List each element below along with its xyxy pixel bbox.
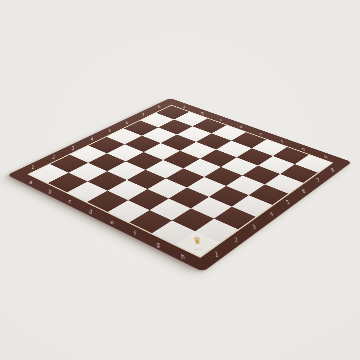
board-grid: ♛——— xyxy=(29,106,331,257)
product-photo-scene: abcdefgh abcdefgh 87654321 87654321 ♛——— xyxy=(0,0,360,360)
playing-area: ♛——— xyxy=(27,105,333,258)
chessboard-mat: abcdefgh abcdefgh 87654321 87654321 ♛——— xyxy=(7,98,352,272)
crown-icon: ♛ xyxy=(193,236,202,247)
board-border: abcdefgh abcdefgh 87654321 87654321 ♛——— xyxy=(7,98,352,272)
brand-logo-text: ——— xyxy=(194,247,204,251)
